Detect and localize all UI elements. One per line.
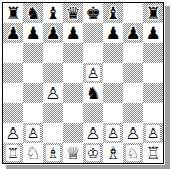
white-pawn: ♙ [125,123,140,143]
black-pawn: ♟ [105,23,120,43]
white-pawn: ♙ [105,124,121,142]
square-a6[interactable] [3,43,23,63]
square-b4[interactable] [23,83,43,103]
square-a8[interactable]: ♜ [3,3,23,23]
white-pawn: ♙ [5,123,20,143]
white-rook: ♖ [5,144,21,162]
black-pawn: ♟ [145,23,160,43]
square-f8[interactable]: ♝ [103,3,123,23]
white-bishop: ♗ [105,143,120,163]
square-g2[interactable]: ♙ [123,123,143,143]
black-knight: ♞ [25,3,40,23]
square-d6[interactable] [63,43,83,63]
white-pawn: ♙ [145,124,161,142]
square-h3[interactable] [143,103,163,123]
square-f2[interactable]: ♙ [103,123,123,143]
square-f7[interactable]: ♟ [103,23,123,43]
square-g8[interactable] [123,3,143,23]
square-c8[interactable]: ♝ [43,3,63,23]
white-pawn: ♙ [85,64,101,82]
square-c5[interactable] [43,63,63,83]
square-c7[interactable]: ♟ [43,23,63,43]
square-h5[interactable] [143,63,163,83]
black-bishop: ♝ [105,3,120,23]
square-d8[interactable]: ♛ [63,3,83,23]
square-c4[interactable]: ♙ [43,83,63,103]
square-h2[interactable]: ♙ [143,123,163,143]
white-pawn: ♙ [85,123,100,143]
square-e5[interactable]: ♙ [83,63,103,83]
black-rook: ♜ [5,3,20,23]
black-pawn: ♟ [25,23,40,43]
chess-board: ♜♞♝♛♚♝♜♟♟♟♟♟♟♟♙♙♞♙♙♙♙♙♙♖♘♗♕♔♗♘♖ [3,3,163,163]
square-g7[interactable]: ♟ [123,23,143,43]
white-pawn: ♙ [45,83,60,103]
square-a2[interactable]: ♙ [3,123,23,143]
square-b7[interactable]: ♟ [23,23,43,43]
square-c2[interactable] [43,123,63,143]
square-d4[interactable] [63,83,83,103]
square-f1[interactable]: ♗ [103,143,123,163]
square-e2[interactable]: ♙ [83,123,103,143]
square-b6[interactable] [23,43,43,63]
square-g6[interactable] [123,43,143,63]
chess-diagram: ♜♞♝♛♚♝♜♟♟♟♟♟♟♟♙♙♞♙♙♙♙♙♙♖♘♗♕♔♗♘♖ [0,0,171,169]
square-f3[interactable] [103,103,123,123]
white-knight: ♘ [25,143,40,163]
black-king: ♚ [85,3,100,23]
square-a7[interactable]: ♟ [3,23,23,43]
board-frame: ♜♞♝♛♚♝♜♟♟♟♟♟♟♟♙♙♞♙♙♙♙♙♙♖♘♗♕♔♗♘♖ [2,2,164,164]
white-rook: ♖ [145,143,160,163]
white-bishop: ♗ [45,144,61,162]
square-d1[interactable]: ♕ [63,143,83,163]
square-h7[interactable]: ♟ [143,23,163,43]
square-c1[interactable]: ♗ [43,143,63,163]
black-bishop: ♝ [45,3,60,23]
square-f4[interactable] [103,83,123,103]
square-c6[interactable] [43,43,63,63]
square-e7[interactable] [83,23,103,43]
square-a1[interactable]: ♖ [3,143,23,163]
square-e4[interactable]: ♞ [83,83,103,103]
square-e1[interactable]: ♔ [83,143,103,163]
black-queen: ♛ [65,3,80,23]
square-d3[interactable] [63,103,83,123]
square-e3[interactable] [83,103,103,123]
black-rook: ♜ [145,3,160,23]
black-pawn: ♟ [125,23,140,43]
square-e8[interactable]: ♚ [83,3,103,23]
black-pawn: ♟ [65,23,80,43]
square-f5[interactable] [103,63,123,83]
square-g3[interactable] [123,103,143,123]
square-d7[interactable]: ♟ [63,23,83,43]
square-b1[interactable]: ♘ [23,143,43,163]
white-king: ♔ [85,144,101,162]
square-c3[interactable] [43,103,63,123]
square-a5[interactable] [3,63,23,83]
square-h4[interactable] [143,83,163,103]
square-h1[interactable]: ♖ [143,143,163,163]
square-g4[interactable] [123,83,143,103]
white-knight: ♘ [125,144,141,162]
square-e6[interactable] [83,43,103,63]
square-a4[interactable] [3,83,23,103]
square-b3[interactable] [23,103,43,123]
square-g1[interactable]: ♘ [123,143,143,163]
black-pawn: ♟ [5,23,20,43]
square-b8[interactable]: ♞ [23,3,43,23]
white-pawn: ♙ [25,124,41,142]
square-d2[interactable] [63,123,83,143]
square-h6[interactable] [143,43,163,63]
black-pawn: ♟ [45,23,60,43]
square-f6[interactable] [103,43,123,63]
square-b2[interactable]: ♙ [23,123,43,143]
square-g5[interactable] [123,63,143,83]
square-b5[interactable] [23,63,43,83]
square-h8[interactable]: ♜ [143,3,163,23]
square-d5[interactable] [63,63,83,83]
white-queen: ♕ [65,143,80,163]
black-knight: ♞ [85,83,100,103]
square-a3[interactable] [3,103,23,123]
